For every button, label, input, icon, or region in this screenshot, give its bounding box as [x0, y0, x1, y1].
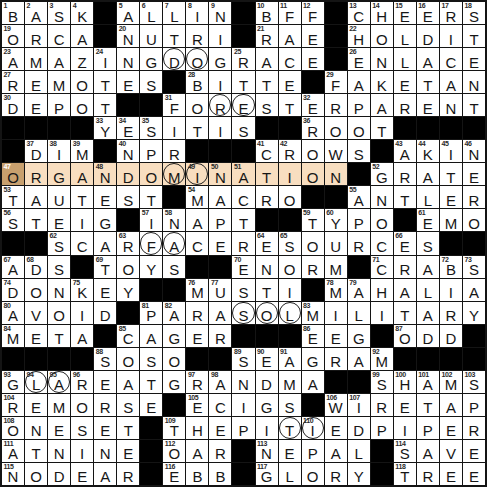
cell-r17c11[interactable]: N	[232, 371, 254, 393]
cell-r20c5[interactable]: N	[94, 440, 116, 462]
cell-r9c19[interactable]: L	[417, 186, 439, 208]
cell-r17c20[interactable]: 102M	[440, 371, 462, 393]
cell-r15c16[interactable]: G	[348, 325, 370, 347]
cell-r16c6[interactable]: O	[117, 348, 139, 370]
cell-r12c5[interactable]: 69T	[94, 256, 116, 278]
cell-r13c4[interactable]: 75K	[71, 279, 93, 301]
cell-r4c17[interactable]: K	[371, 71, 393, 93]
cell-r13c9[interactable]: 76M	[186, 279, 208, 301]
cell-r19c4[interactable]: S	[71, 417, 93, 439]
cell-r6c17[interactable]: T	[371, 117, 393, 139]
cell-r20c15[interactable]: A	[325, 440, 347, 462]
cell-r16c16[interactable]: A	[348, 348, 370, 370]
cell-r5c9[interactable]: O	[186, 94, 208, 116]
cell-r13c17[interactable]: H	[371, 279, 393, 301]
cell-r1c20[interactable]: 17R	[440, 2, 462, 24]
cell-r10c2[interactable]: T	[25, 209, 47, 231]
cell-r18c4[interactable]: O	[71, 394, 93, 416]
cell-r8c6[interactable]: D	[117, 163, 139, 185]
cell-r15c8[interactable]: G	[163, 325, 185, 347]
cell-r14c11[interactable]: S	[232, 302, 254, 324]
cell-r12c20[interactable]: 72B	[440, 256, 462, 278]
cell-r4c6[interactable]: E	[117, 71, 139, 93]
cell-r20c9[interactable]: A	[186, 440, 208, 462]
cell-r3c17[interactable]: N	[371, 48, 393, 70]
cell-r2c20[interactable]: I	[440, 25, 462, 47]
cell-r14c18[interactable]: T	[394, 302, 416, 324]
cell-r5c4[interactable]: O	[71, 94, 93, 116]
cell-r4c11[interactable]: T	[232, 71, 254, 93]
cell-r14c9[interactable]: R	[186, 302, 208, 324]
cell-r15c3[interactable]: T	[48, 325, 70, 347]
cell-r8c2[interactable]: R	[25, 163, 47, 185]
cell-r6c16[interactable]: O	[348, 117, 370, 139]
cell-r10c16[interactable]: P	[348, 209, 370, 231]
cell-r10c8[interactable]: 58N	[163, 209, 185, 231]
cell-r3c4[interactable]: Z	[71, 48, 93, 70]
cell-r21c19[interactable]: R	[417, 463, 439, 485]
cell-r21c6[interactable]: R	[117, 463, 139, 485]
cell-r18c18[interactable]: E	[394, 394, 416, 416]
cell-r4c9[interactable]: 28B	[186, 71, 208, 93]
cell-r19c18[interactable]: I	[394, 417, 416, 439]
cell-r12c1[interactable]: 67A	[2, 256, 24, 278]
cell-r19c9[interactable]: H	[186, 417, 208, 439]
cell-r4c10[interactable]: I	[209, 71, 231, 93]
cell-r20c1[interactable]: 111A	[2, 440, 24, 462]
cell-r5c12[interactable]: S	[256, 94, 278, 116]
cell-r11c8[interactable]: A	[163, 232, 185, 254]
cell-r9c6[interactable]: S	[117, 186, 139, 208]
cell-r8c4[interactable]: A	[71, 163, 93, 185]
cell-r20c13[interactable]: E	[279, 440, 301, 462]
cell-r1c1[interactable]: 1B	[2, 2, 24, 24]
cell-r20c4[interactable]: I	[71, 440, 93, 462]
cell-r17c2[interactable]: 94L	[25, 371, 47, 393]
cell-r18c17[interactable]: R	[371, 394, 393, 416]
cell-r13c2[interactable]: O	[25, 279, 47, 301]
cell-r8c12[interactable]: T	[256, 163, 278, 185]
cell-r1c3[interactable]: 3S	[48, 2, 70, 24]
cell-r19c8[interactable]: 109T	[163, 417, 185, 439]
cell-r8c11[interactable]: 51A	[232, 163, 254, 185]
cell-r1c18[interactable]: 15E	[394, 2, 416, 24]
cell-r20c8[interactable]: 112O	[163, 440, 185, 462]
cell-r14c14[interactable]: 83M	[302, 302, 324, 324]
cell-r1c4[interactable]: 4K	[71, 2, 93, 24]
cell-r5c8[interactable]: 31F	[163, 94, 185, 116]
cell-r12c3[interactable]: S	[48, 256, 70, 278]
cell-r11c18[interactable]: 66E	[394, 232, 416, 254]
cell-r9c1[interactable]: 53T	[2, 186, 24, 208]
cell-r18c13[interactable]: S	[279, 394, 301, 416]
cell-r10c10[interactable]: P	[209, 209, 231, 231]
cell-r4c15[interactable]: 29F	[325, 71, 347, 93]
cell-r2c19[interactable]: D	[417, 25, 439, 47]
cell-r8c7[interactable]: O	[140, 163, 162, 185]
cell-r10c19[interactable]: 61E	[417, 209, 439, 231]
cell-r13c18[interactable]: A	[394, 279, 416, 301]
cell-r13c5[interactable]: E	[94, 279, 116, 301]
cell-r2c6[interactable]: 20N	[117, 25, 139, 47]
cell-r19c5[interactable]: E	[94, 417, 116, 439]
cell-r12c13[interactable]: O	[279, 256, 301, 278]
cell-r7c14[interactable]: O	[302, 140, 324, 162]
cell-r14c10[interactable]: A	[209, 302, 231, 324]
cell-r11c14[interactable]: O	[302, 232, 324, 254]
cell-r18c15[interactable]: 106W	[325, 394, 347, 416]
cell-r3c14[interactable]: E	[302, 48, 324, 70]
cell-r2c10[interactable]: I	[209, 25, 231, 47]
cell-r9c4[interactable]: T	[71, 186, 93, 208]
cell-r3c10[interactable]: G	[209, 48, 231, 70]
cell-r7c6[interactable]: 40N	[117, 140, 139, 162]
cell-r16c12[interactable]: 90E	[256, 348, 278, 370]
cell-r5c11[interactable]: E	[232, 94, 254, 116]
cell-r15c18[interactable]: 87O	[394, 325, 416, 347]
cell-r7c18[interactable]: 43A	[394, 140, 416, 162]
cell-r5c14[interactable]: 32E	[302, 94, 324, 116]
cell-r5c17[interactable]: A	[371, 94, 393, 116]
cell-r19c20[interactable]: E	[440, 417, 462, 439]
cell-r5c19[interactable]: E	[417, 94, 439, 116]
cell-r5c1[interactable]: 30D	[2, 94, 24, 116]
cell-r17c12[interactable]: D	[256, 371, 278, 393]
cell-r3c5[interactable]: 24I	[94, 48, 116, 70]
cell-r12c8[interactable]: S	[163, 256, 185, 278]
cell-r3c16[interactable]: 26E	[348, 48, 370, 70]
cell-r12c6[interactable]: O	[117, 256, 139, 278]
cell-r12c2[interactable]: 68D	[25, 256, 47, 278]
cell-r19c19[interactable]: P	[417, 417, 439, 439]
cell-r6c9[interactable]: T	[186, 117, 208, 139]
cell-r4c5[interactable]: T	[94, 71, 116, 93]
cell-r15c1[interactable]: 84M	[2, 325, 24, 347]
cell-r21c9[interactable]: B	[186, 463, 208, 485]
cell-r9c12[interactable]: R	[256, 186, 278, 208]
cell-r14c1[interactable]: 80A	[2, 302, 24, 324]
cell-r8c15[interactable]: N	[325, 163, 347, 185]
cell-r1c17[interactable]: 14H	[371, 2, 393, 24]
cell-r11c19[interactable]: S	[417, 232, 439, 254]
cell-r13c20[interactable]: I	[440, 279, 462, 301]
cell-r3c7[interactable]: G	[140, 48, 162, 70]
cell-r4c20[interactable]: A	[440, 71, 462, 93]
cell-r14c8[interactable]: 82A	[163, 302, 185, 324]
cell-r5c2[interactable]: E	[25, 94, 47, 116]
cell-r17c1[interactable]: 93G	[2, 371, 24, 393]
cell-r9c7[interactable]: T	[140, 186, 162, 208]
cell-r17c7[interactable]: T	[140, 371, 162, 393]
cell-r5c15[interactable]: R	[325, 94, 347, 116]
cell-r12c14[interactable]: R	[302, 256, 324, 278]
cell-r11c12[interactable]: 64E	[256, 232, 278, 254]
cell-r8c3[interactable]: G	[48, 163, 70, 185]
cell-r15c19[interactable]: D	[417, 325, 439, 347]
cell-r1c16[interactable]: 13C	[348, 2, 370, 24]
cell-r20c14[interactable]: P	[302, 440, 324, 462]
cell-r3c3[interactable]: A	[48, 48, 70, 70]
cell-r11c4[interactable]: C	[71, 232, 93, 254]
cell-r1c8[interactable]: 7L	[163, 2, 185, 24]
cell-r13c12[interactable]: T	[256, 279, 278, 301]
cell-r19c3[interactable]: E	[48, 417, 70, 439]
cell-r17c19[interactable]: 101A	[417, 371, 439, 393]
cell-r20c2[interactable]: T	[25, 440, 47, 462]
cell-r19c14[interactable]: 110I	[302, 417, 324, 439]
cell-r1c6[interactable]: 5A	[117, 2, 139, 24]
cell-r3c21[interactable]: E	[463, 48, 485, 70]
cell-r14c16[interactable]: L	[348, 302, 370, 324]
cell-r10c4[interactable]: I	[71, 209, 93, 231]
cell-r15c7[interactable]: A	[140, 325, 162, 347]
cell-r4c18[interactable]: E	[394, 71, 416, 93]
cell-r2c21[interactable]: T	[463, 25, 485, 47]
cell-r18c6[interactable]: S	[117, 394, 139, 416]
cell-r13c15[interactable]: 78M	[325, 279, 347, 301]
cell-r13c3[interactable]: N	[48, 279, 70, 301]
cell-r8c20[interactable]: T	[440, 163, 462, 185]
cell-r7c21[interactable]: 46N	[463, 140, 485, 162]
cell-r21c10[interactable]: B	[209, 463, 231, 485]
cell-r4c3[interactable]: M	[48, 71, 70, 93]
cell-r4c12[interactable]: T	[256, 71, 278, 93]
cell-r5c5[interactable]: T	[94, 94, 116, 116]
cell-r14c3[interactable]: O	[48, 302, 70, 324]
cell-r14c7[interactable]: 81P	[140, 302, 162, 324]
cell-r20c12[interactable]: 113N	[256, 440, 278, 462]
cell-r2c12[interactable]: 21R	[256, 25, 278, 47]
cell-r2c18[interactable]: L	[394, 25, 416, 47]
cell-r12c19[interactable]: A	[417, 256, 439, 278]
cell-r6c11[interactable]: S	[232, 117, 254, 139]
cell-r14c20[interactable]: R	[440, 302, 462, 324]
cell-r4c1[interactable]: 27R	[2, 71, 24, 93]
cell-r11c3[interactable]: 62S	[48, 232, 70, 254]
cell-r13c21[interactable]: A	[463, 279, 485, 301]
cell-r14c15[interactable]: I	[325, 302, 347, 324]
cell-r19c13[interactable]: T	[279, 417, 301, 439]
cell-r7c15[interactable]: W	[325, 140, 347, 162]
cell-r15c6[interactable]: 85C	[117, 325, 139, 347]
cell-r21c16[interactable]: Y	[348, 463, 370, 485]
cell-r13c16[interactable]: 79A	[348, 279, 370, 301]
cell-r11c13[interactable]: 65S	[279, 232, 301, 254]
cell-r10c9[interactable]: A	[186, 209, 208, 231]
cell-r2c2[interactable]: R	[25, 25, 47, 47]
cell-r1c10[interactable]: 9N	[209, 2, 231, 24]
cell-r8c10[interactable]: 50N	[209, 163, 231, 185]
cell-r19c2[interactable]: N	[25, 417, 47, 439]
cell-r18c3[interactable]: M	[48, 394, 70, 416]
cell-r17c17[interactable]: 99S	[371, 371, 393, 393]
cell-r14c17[interactable]: I	[371, 302, 393, 324]
cell-r4c4[interactable]: O	[71, 71, 93, 93]
cell-r16c8[interactable]: O	[163, 348, 185, 370]
cell-r4c7[interactable]: S	[140, 71, 162, 93]
cell-r8c5[interactable]: 48N	[94, 163, 116, 185]
cell-r9c3[interactable]: U	[48, 186, 70, 208]
cell-r1c14[interactable]: 12F	[302, 2, 324, 24]
cell-r18c12[interactable]: G	[256, 394, 278, 416]
cell-r18c16[interactable]: 107I	[348, 394, 370, 416]
cell-r19c17[interactable]: P	[371, 417, 393, 439]
cell-r4c16[interactable]: A	[348, 71, 370, 93]
cell-r14c19[interactable]: A	[417, 302, 439, 324]
cell-r18c9[interactable]: 105E	[186, 394, 208, 416]
cell-r5c18[interactable]: R	[394, 94, 416, 116]
cell-r13c19[interactable]: L	[417, 279, 439, 301]
cell-r13c1[interactable]: 74D	[2, 279, 24, 301]
cell-r9c2[interactable]: A	[25, 186, 47, 208]
cell-r18c19[interactable]: T	[417, 394, 439, 416]
cell-r17c9[interactable]: 97R	[186, 371, 208, 393]
cell-r1c21[interactable]: 18S	[463, 2, 485, 24]
cell-r8c18[interactable]: R	[394, 163, 416, 185]
cell-r17c10[interactable]: 98A	[209, 371, 231, 393]
cell-r11c11[interactable]: R	[232, 232, 254, 254]
cell-r10c3[interactable]: E	[48, 209, 70, 231]
cell-r12c15[interactable]: M	[325, 256, 347, 278]
cell-r13c6[interactable]: Y	[117, 279, 139, 301]
cell-r21c18[interactable]: 118T	[394, 463, 416, 485]
cell-r17c21[interactable]: 103S	[463, 371, 485, 393]
cell-r21c4[interactable]: E	[71, 463, 93, 485]
cell-r1c19[interactable]: 16E	[417, 2, 439, 24]
cell-r7c7[interactable]: P	[140, 140, 162, 162]
cell-r12c17[interactable]: 71C	[371, 256, 393, 278]
cell-r10c21[interactable]: O	[463, 209, 485, 231]
cell-r2c14[interactable]: E	[302, 25, 324, 47]
cell-r1c9[interactable]: 8I	[186, 2, 208, 24]
cell-r11c7[interactable]: F	[140, 232, 162, 254]
cell-r11c17[interactable]: C	[371, 232, 393, 254]
cell-r7c13[interactable]: 42R	[279, 140, 301, 162]
cell-r7c16[interactable]: S	[348, 140, 370, 162]
cell-r10c1[interactable]: 56S	[2, 209, 24, 231]
cell-r2c17[interactable]: O	[371, 25, 393, 47]
cell-r18c11[interactable]: I	[232, 394, 254, 416]
cell-r19c15[interactable]: E	[325, 417, 347, 439]
cell-r8c8[interactable]: M	[163, 163, 185, 185]
cell-r18c21[interactable]: P	[463, 394, 485, 416]
cell-r4c2[interactable]: E	[25, 71, 47, 93]
cell-r19c6[interactable]: T	[117, 417, 139, 439]
cell-r8c17[interactable]: 52G	[371, 163, 393, 185]
cell-r20c16[interactable]: L	[348, 440, 370, 462]
cell-r5c16[interactable]: P	[348, 94, 370, 116]
cell-r17c3[interactable]: 95A	[48, 371, 70, 393]
cell-r15c9[interactable]: E	[186, 325, 208, 347]
cell-r10c5[interactable]: G	[94, 209, 116, 231]
cell-r7c20[interactable]: 45I	[440, 140, 462, 162]
cell-r2c16[interactable]: 22H	[348, 25, 370, 47]
cell-r15c4[interactable]: A	[71, 325, 93, 347]
cell-r9c17[interactable]: N	[371, 186, 393, 208]
cell-r9c11[interactable]: C	[232, 186, 254, 208]
cell-r21c2[interactable]: O	[25, 463, 47, 485]
cell-r13c13[interactable]: I	[279, 279, 301, 301]
cell-r10c7[interactable]: 57I	[140, 209, 162, 231]
cell-r21c3[interactable]: D	[48, 463, 70, 485]
cell-r6c14[interactable]: 36R	[302, 117, 324, 139]
cell-r11c6[interactable]: 63R	[117, 232, 139, 254]
cell-r18c20[interactable]: A	[440, 394, 462, 416]
cell-r14c5[interactable]: D	[94, 302, 116, 324]
cell-r21c1[interactable]: 115N	[2, 463, 24, 485]
cell-r3c20[interactable]: C	[440, 48, 462, 70]
cell-r18c5[interactable]: R	[94, 394, 116, 416]
cell-r1c7[interactable]: 6L	[140, 2, 162, 24]
cell-r15c10[interactable]: R	[209, 325, 231, 347]
cell-r7c3[interactable]: 38I	[48, 140, 70, 162]
cell-r14c21[interactable]: Y	[463, 302, 485, 324]
cell-r17c18[interactable]: 100H	[394, 371, 416, 393]
cell-r3c6[interactable]: N	[117, 48, 139, 70]
cell-r2c13[interactable]: A	[279, 25, 301, 47]
cell-r16c13[interactable]: 91A	[279, 348, 301, 370]
cell-r17c14[interactable]: A	[302, 371, 324, 393]
cell-r13c10[interactable]: 77U	[209, 279, 231, 301]
cell-r10c15[interactable]: 60Y	[325, 209, 347, 231]
cell-r9c18[interactable]: T	[394, 186, 416, 208]
cell-r11c5[interactable]: A	[94, 232, 116, 254]
cell-r17c13[interactable]: M	[279, 371, 301, 393]
cell-r20c6[interactable]: E	[117, 440, 139, 462]
cell-r2c9[interactable]: R	[186, 25, 208, 47]
cell-r12c12[interactable]: N	[256, 256, 278, 278]
cell-r3c9[interactable]: O	[186, 48, 208, 70]
cell-r7c19[interactable]: 44K	[417, 140, 439, 162]
cell-r5c10[interactable]: R	[209, 94, 231, 116]
cell-r21c14[interactable]: O	[302, 463, 324, 485]
cell-r15c14[interactable]: 86E	[302, 325, 324, 347]
cell-r16c5[interactable]: 88S	[94, 348, 116, 370]
cell-r9c16[interactable]: 55A	[348, 186, 370, 208]
cell-r11c15[interactable]: U	[325, 232, 347, 254]
cell-r9c10[interactable]: A	[209, 186, 231, 208]
cell-r1c12[interactable]: 10B	[256, 2, 278, 24]
cell-r18c1[interactable]: 104R	[2, 394, 24, 416]
cell-r12c21[interactable]: 73S	[463, 256, 485, 278]
cell-r6c10[interactable]: I	[209, 117, 231, 139]
cell-r8c21[interactable]: E	[463, 163, 485, 185]
cell-r1c13[interactable]: 11F	[279, 2, 301, 24]
cell-r3c19[interactable]: A	[417, 48, 439, 70]
cell-r11c9[interactable]: C	[186, 232, 208, 254]
cell-r9c13[interactable]: O	[279, 186, 301, 208]
cell-r11c16[interactable]: R	[348, 232, 370, 254]
cell-r3c11[interactable]: 25R	[232, 48, 254, 70]
cell-r16c14[interactable]: G	[302, 348, 324, 370]
cell-r21c12[interactable]: 117G	[256, 463, 278, 485]
cell-r8c13[interactable]: I	[279, 163, 301, 185]
cell-r4c19[interactable]: T	[417, 71, 439, 93]
cell-r7c4[interactable]: 39M	[71, 140, 93, 162]
cell-r15c2[interactable]: E	[25, 325, 47, 347]
cell-r13c11[interactable]: S	[232, 279, 254, 301]
cell-r16c17[interactable]: 92M	[371, 348, 393, 370]
cell-r12c11[interactable]: 70E	[232, 256, 254, 278]
cell-r10c14[interactable]: 59T	[302, 209, 324, 231]
cell-r21c21[interactable]: E	[463, 463, 485, 485]
cell-r12c18[interactable]: R	[394, 256, 416, 278]
cell-r4c13[interactable]: E	[279, 71, 301, 93]
cell-r2c7[interactable]: U	[140, 25, 162, 47]
cell-r7c12[interactable]: 41C	[256, 140, 278, 162]
cell-r6c6[interactable]: 34E	[117, 117, 139, 139]
cell-r10c17[interactable]: O	[371, 209, 393, 231]
